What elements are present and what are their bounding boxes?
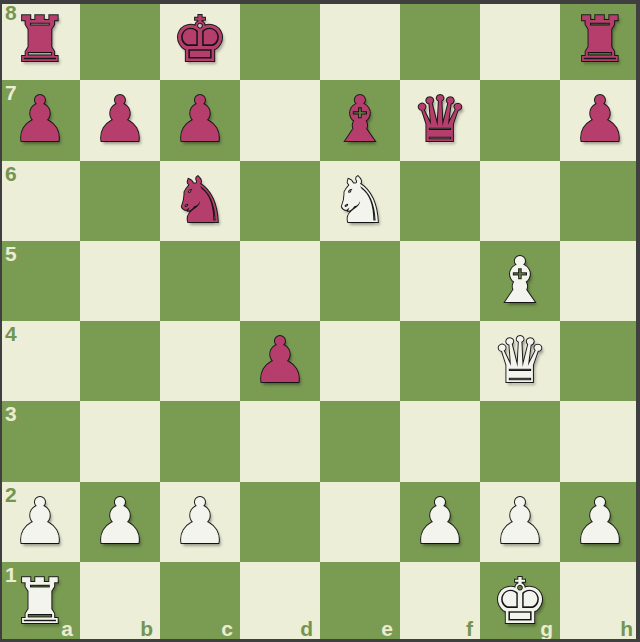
rank-label-5: 5	[5, 242, 17, 266]
file-label-g: g	[540, 617, 553, 641]
piece-black-bishop[interactable]: ♝	[332, 80, 388, 160]
piece-black-pawn[interactable]: ♟	[172, 80, 228, 160]
square-a5[interactable]: 5	[0, 241, 80, 321]
square-d8[interactable]	[240, 0, 320, 80]
square-h8[interactable]: ♜	[560, 0, 640, 80]
square-h5[interactable]	[560, 241, 640, 321]
square-g1[interactable]: g♚	[480, 562, 560, 642]
file-label-h: h	[620, 617, 633, 641]
square-e7[interactable]: ♝	[320, 80, 400, 160]
square-e3[interactable]	[320, 401, 400, 481]
square-h2[interactable]: ♟	[560, 482, 640, 562]
piece-black-pawn[interactable]: ♟	[92, 80, 148, 160]
square-a6[interactable]: 6	[0, 161, 80, 241]
square-e4[interactable]	[320, 321, 400, 401]
square-c7[interactable]: ♟	[160, 80, 240, 160]
piece-black-rook[interactable]: ♜	[12, 0, 68, 80]
piece-black-knight[interactable]: ♞	[172, 161, 228, 241]
square-c4[interactable]	[160, 321, 240, 401]
square-a4[interactable]: 4	[0, 321, 80, 401]
square-a8[interactable]: 8♜	[0, 0, 80, 80]
square-a3[interactable]: 3	[0, 401, 80, 481]
square-f2[interactable]: ♟	[400, 482, 480, 562]
square-b7[interactable]: ♟	[80, 80, 160, 160]
square-h3[interactable]	[560, 401, 640, 481]
square-f3[interactable]	[400, 401, 480, 481]
square-a1[interactable]: 1a♜	[0, 562, 80, 642]
square-c8[interactable]: ♚	[160, 0, 240, 80]
square-b5[interactable]	[80, 241, 160, 321]
piece-white-pawn[interactable]: ♟	[412, 482, 468, 562]
square-c1[interactable]: c	[160, 562, 240, 642]
square-h1[interactable]: h	[560, 562, 640, 642]
square-b3[interactable]	[80, 401, 160, 481]
square-f7[interactable]: ♛	[400, 80, 480, 160]
chess-board-wrapper: 8♜♚♜7♟♟♟♝♛♟6♞♞5♝4♟♛32♟♟♟♟♟♟1a♜bcdefg♚h	[0, 0, 640, 642]
square-g6[interactable]	[480, 161, 560, 241]
piece-white-rook[interactable]: ♜	[12, 562, 68, 642]
square-g7[interactable]	[480, 80, 560, 160]
square-d7[interactable]	[240, 80, 320, 160]
piece-black-king[interactable]: ♚	[172, 0, 228, 80]
piece-white-queen[interactable]: ♛	[492, 321, 548, 401]
square-e2[interactable]	[320, 482, 400, 562]
square-f6[interactable]	[400, 161, 480, 241]
square-d6[interactable]	[240, 161, 320, 241]
rank-label-7: 7	[5, 81, 17, 105]
square-c2[interactable]: ♟	[160, 482, 240, 562]
rank-label-4: 4	[5, 322, 17, 346]
square-b8[interactable]	[80, 0, 160, 80]
square-a2[interactable]: 2♟	[0, 482, 80, 562]
file-label-a: a	[61, 617, 73, 641]
square-a7[interactable]: 7♟	[0, 80, 80, 160]
piece-white-pawn[interactable]: ♟	[492, 482, 548, 562]
piece-white-pawn[interactable]: ♟	[572, 482, 628, 562]
square-e1[interactable]: e	[320, 562, 400, 642]
piece-black-pawn[interactable]: ♟	[572, 80, 628, 160]
square-d1[interactable]: d	[240, 562, 320, 642]
square-b1[interactable]: b	[80, 562, 160, 642]
file-label-e: e	[381, 617, 393, 641]
square-g4[interactable]: ♛	[480, 321, 560, 401]
square-f4[interactable]	[400, 321, 480, 401]
piece-white-knight[interactable]: ♞	[332, 161, 388, 241]
square-g3[interactable]	[480, 401, 560, 481]
square-b2[interactable]: ♟	[80, 482, 160, 562]
square-c6[interactable]: ♞	[160, 161, 240, 241]
piece-white-pawn[interactable]: ♟	[12, 482, 68, 562]
square-f5[interactable]	[400, 241, 480, 321]
square-b4[interactable]	[80, 321, 160, 401]
piece-black-pawn[interactable]: ♟	[252, 321, 308, 401]
square-h6[interactable]	[560, 161, 640, 241]
rank-label-2: 2	[5, 483, 17, 507]
square-g2[interactable]: ♟	[480, 482, 560, 562]
square-e8[interactable]	[320, 0, 400, 80]
file-label-d: d	[300, 617, 313, 641]
rank-label-8: 8	[5, 1, 17, 25]
square-f1[interactable]: f	[400, 562, 480, 642]
rank-label-1: 1	[5, 563, 17, 587]
chess-board: 8♜♚♜7♟♟♟♝♛♟6♞♞5♝4♟♛32♟♟♟♟♟♟1a♜bcdefg♚h	[0, 0, 640, 642]
square-c3[interactable]	[160, 401, 240, 481]
square-g8[interactable]	[480, 0, 560, 80]
file-label-c: c	[221, 617, 233, 641]
square-d2[interactable]	[240, 482, 320, 562]
square-c5[interactable]	[160, 241, 240, 321]
piece-white-pawn[interactable]: ♟	[172, 482, 228, 562]
square-e6[interactable]: ♞	[320, 161, 400, 241]
square-d4[interactable]: ♟	[240, 321, 320, 401]
square-d5[interactable]	[240, 241, 320, 321]
piece-black-rook[interactable]: ♜	[572, 0, 628, 80]
square-e5[interactable]	[320, 241, 400, 321]
square-h7[interactable]: ♟	[560, 80, 640, 160]
file-label-f: f	[466, 617, 473, 641]
square-f8[interactable]	[400, 0, 480, 80]
piece-black-pawn[interactable]: ♟	[12, 80, 68, 160]
square-d3[interactable]	[240, 401, 320, 481]
square-g5[interactable]: ♝	[480, 241, 560, 321]
rank-label-3: 3	[5, 402, 17, 426]
square-b6[interactable]	[80, 161, 160, 241]
square-h4[interactable]	[560, 321, 640, 401]
piece-white-bishop[interactable]: ♝	[492, 241, 548, 321]
piece-black-queen[interactable]: ♛	[412, 80, 468, 160]
file-label-b: b	[140, 617, 153, 641]
rank-label-6: 6	[5, 162, 17, 186]
piece-white-pawn[interactable]: ♟	[92, 482, 148, 562]
